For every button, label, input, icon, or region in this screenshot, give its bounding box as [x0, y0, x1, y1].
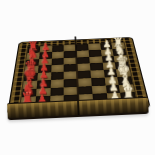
ivory-rook-piece: ♜: [112, 36, 125, 49]
board-square: [77, 71, 91, 79]
board-tilt-wrapper: ♜♟♟♜♞♟♟♞♝♟♟♝♛♟♟♛♚♟♟♚♝♟♟♝♞♟♟♞♜♟♟♜: [0, 0, 155, 155]
board-square: [50, 65, 63, 73]
photo-background: ♜♟♟♜♞♟♟♞♝♟♟♝♛♟♟♛♚♟♟♚♝♟♟♝♞♟♟♞♜♟♟♜: [0, 0, 155, 155]
red-rook-piece: ♜: [26, 40, 39, 53]
box-fold-seam: [77, 101, 80, 115]
board-square: [90, 78, 104, 86]
